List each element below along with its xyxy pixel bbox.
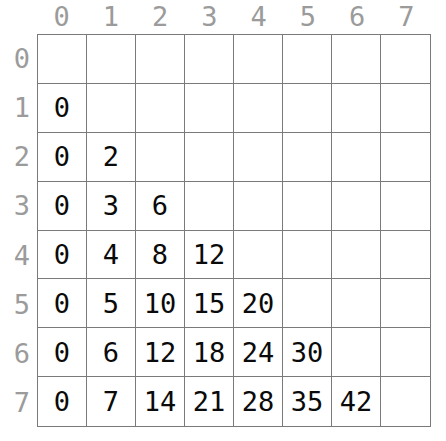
- cell-r5c4: 20: [234, 279, 283, 328]
- cell-r4c4: [234, 231, 283, 280]
- cell-r5c1: 5: [87, 279, 136, 328]
- cell-r3c5: [283, 182, 332, 231]
- cell-r7c5: 35: [283, 377, 332, 426]
- cell-r5c5: [283, 279, 332, 328]
- col-header-2: 2: [136, 0, 185, 33]
- col-header-3: 3: [185, 0, 234, 33]
- cell-r0c3: [185, 35, 234, 84]
- cell-r5c6: [332, 279, 381, 328]
- cell-r3c1: 3: [87, 182, 136, 231]
- col-header-0: 0: [37, 0, 86, 33]
- cell-r0c5: [283, 35, 332, 84]
- cell-r1c3: [185, 84, 234, 133]
- cell-r6c5: 30: [283, 328, 332, 377]
- cell-r0c7: [381, 35, 430, 84]
- cell-r6c3: 18: [185, 328, 234, 377]
- cell-r1c1: [87, 84, 136, 133]
- cell-r3c6: [332, 182, 381, 231]
- cell-r7c0: 0: [38, 377, 87, 426]
- cell-r3c2: 6: [136, 182, 185, 231]
- row-header-3: 3: [0, 181, 37, 230]
- col-header-7: 7: [382, 0, 431, 33]
- cell-r5c3: 15: [185, 279, 234, 328]
- row-header-6: 6: [0, 329, 37, 378]
- row-header-7: 7: [0, 378, 37, 427]
- row-header-1: 1: [0, 83, 37, 132]
- cell-r0c6: [332, 35, 381, 84]
- row-header-0: 0: [0, 34, 37, 83]
- cell-r7c3: 21: [185, 377, 234, 426]
- row-headers: 01234567: [0, 34, 37, 427]
- cell-r2c6: [332, 133, 381, 182]
- col-header-6: 6: [333, 0, 382, 33]
- cell-r1c6: [332, 84, 381, 133]
- col-header-5: 5: [283, 0, 332, 33]
- cell-r4c5: [283, 231, 332, 280]
- cell-r2c7: [381, 133, 430, 182]
- cell-r4c1: 4: [87, 231, 136, 280]
- cell-r3c7: [381, 182, 430, 231]
- cell-r5c7: [381, 279, 430, 328]
- cell-r7c1: 7: [87, 377, 136, 426]
- cell-r4c7: [381, 231, 430, 280]
- grid-board: 0020360481205101520061218243007142128354…: [37, 34, 431, 427]
- cell-r1c0: 0: [38, 84, 87, 133]
- cell-r4c0: 0: [38, 231, 87, 280]
- cell-r0c0: [38, 35, 87, 84]
- cell-r1c5: [283, 84, 332, 133]
- cell-r4c6: [332, 231, 381, 280]
- cell-r7c7: [381, 377, 430, 426]
- cell-r2c0: 0: [38, 133, 87, 182]
- cell-r1c4: [234, 84, 283, 133]
- cell-r2c3: [185, 133, 234, 182]
- row-header-4: 4: [0, 231, 37, 280]
- col-header-4: 4: [234, 0, 283, 33]
- row-header-5: 5: [0, 280, 37, 329]
- cell-r0c4: [234, 35, 283, 84]
- cell-r3c3: [185, 182, 234, 231]
- cell-r1c2: [136, 84, 185, 133]
- cell-r7c4: 28: [234, 377, 283, 426]
- cell-r3c4: [234, 182, 283, 231]
- cell-r2c2: [136, 133, 185, 182]
- cell-r0c1: [87, 35, 136, 84]
- cell-r2c4: [234, 133, 283, 182]
- cell-r6c7: [381, 328, 430, 377]
- cell-r6c0: 0: [38, 328, 87, 377]
- cell-r6c6: [332, 328, 381, 377]
- cell-r1c7: [381, 84, 430, 133]
- cell-r2c1: 2: [87, 133, 136, 182]
- cell-r5c2: 10: [136, 279, 185, 328]
- cell-r4c3: 12: [185, 231, 234, 280]
- cell-r6c2: 12: [136, 328, 185, 377]
- cell-r4c2: 8: [136, 231, 185, 280]
- cell-r7c6: 42: [332, 377, 381, 426]
- cell-r5c0: 0: [38, 279, 87, 328]
- column-headers: 01234567: [37, 0, 431, 33]
- cell-r6c4: 24: [234, 328, 283, 377]
- multiplication-grid-canvas: 01234567 01234567 0020360481205101520061…: [0, 0, 446, 441]
- cell-r2c5: [283, 133, 332, 182]
- cell-r6c1: 6: [87, 328, 136, 377]
- col-header-1: 1: [86, 0, 135, 33]
- row-header-2: 2: [0, 132, 37, 181]
- cell-r7c2: 14: [136, 377, 185, 426]
- cell-r0c2: [136, 35, 185, 84]
- cell-r3c0: 0: [38, 182, 87, 231]
